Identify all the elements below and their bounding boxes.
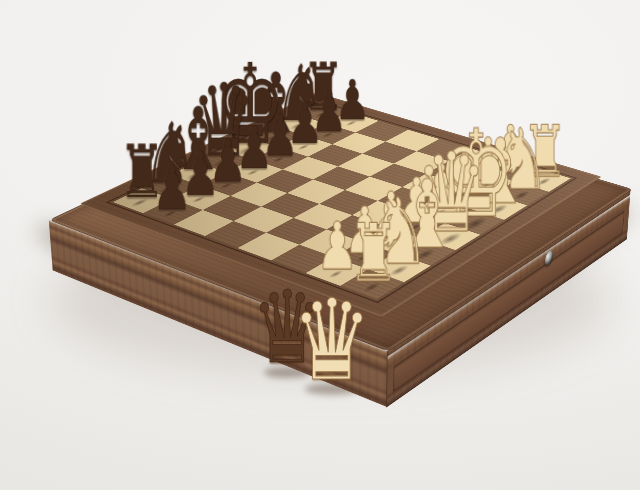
- square-a6[interactable]: [174, 210, 234, 236]
- square-a5[interactable]: [205, 221, 266, 248]
- piece-glyph: ♜: [347, 213, 399, 293]
- chess-case: ♜♞♝♛♚♝♞♜♟♟♟♟♟♟♟♟♟♟♟♟♟♟♟♟♜♞♝♛♚♝♞♜: [80, 92, 602, 317]
- chess-set-photo: { "game": "chess", "scene_description": …: [0, 0, 640, 490]
- white-rook-a1[interactable]: ♜: [295, 204, 451, 284]
- scene: ♜♞♝♛♚♝♞♜♟♟♟♟♟♟♟♟♟♟♟♟♟♟♟♟♜♞♝♛♚♝♞♜: [0, 0, 640, 490]
- black-pawn-a7[interactable]: ♟: [100, 150, 244, 212]
- piece-glyph: ♟: [152, 156, 192, 218]
